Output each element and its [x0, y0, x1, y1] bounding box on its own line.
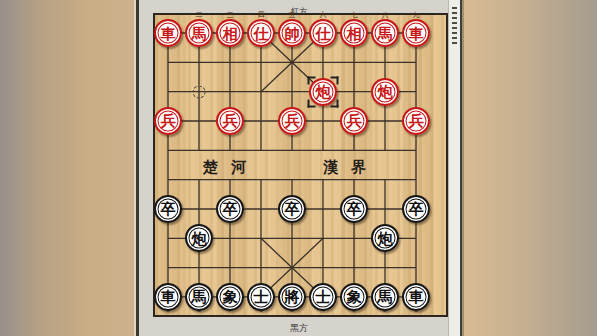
piece-black-卒-r6c6[interactable]: 卒	[340, 195, 368, 223]
river-label-left: 楚河	[197, 158, 259, 177]
piece-red-帥-r0c4[interactable]: 帥	[278, 19, 306, 47]
piece-black-炮-r7c1[interactable]: 炮	[185, 224, 213, 252]
piece-black-象-r9c6[interactable]: 象	[340, 283, 368, 311]
piece-red-兵-r3c6[interactable]: 兵	[340, 107, 368, 135]
xiangqi-board[interactable]: 楚河 漢界 一二三四五六七八九987654321車馬相仕帥仕相馬車炮炮兵兵兵兵兵…	[153, 13, 448, 317]
piece-black-車-r9c0[interactable]: 車	[154, 283, 182, 311]
piece-black-象-r9c2[interactable]: 象	[216, 283, 244, 311]
app-window: 红方 楚河 漢界 一二三四五六七八九987654321車馬相仕帥仕相馬車炮炮兵兵…	[136, 0, 462, 336]
piece-red-馬-r0c1[interactable]: 馬	[185, 19, 213, 47]
piece-black-將-r9c4[interactable]: 將	[278, 283, 306, 311]
piece-red-炮-r2c5[interactable]: 炮	[309, 78, 337, 106]
piece-red-相-r0c2[interactable]: 相	[216, 19, 244, 47]
right-edge-strip	[448, 0, 460, 336]
piece-black-卒-r6c2[interactable]: 卒	[216, 195, 244, 223]
piece-black-卒-r6c8[interactable]: 卒	[402, 195, 430, 223]
window-top-bar: 红方	[139, 0, 459, 13]
piece-black-炮-r7c7[interactable]: 炮	[371, 224, 399, 252]
piece-red-兵-r3c8[interactable]: 兵	[402, 107, 430, 135]
piece-red-兵-r3c2[interactable]: 兵	[216, 107, 244, 135]
piece-red-車-r0c0[interactable]: 車	[154, 19, 182, 47]
bottom-side-label: 黑方	[290, 323, 308, 333]
board-grid: 楚河 漢界 一二三四五六七八九987654321車馬相仕帥仕相馬車炮炮兵兵兵兵兵…	[155, 15, 446, 315]
piece-red-仕-r0c3[interactable]: 仕	[247, 19, 275, 47]
piece-red-馬-r0c7[interactable]: 馬	[371, 19, 399, 47]
piece-black-車-r9c8[interactable]: 車	[402, 283, 430, 311]
piece-red-炮-r2c7[interactable]: 炮	[371, 78, 399, 106]
piece-black-士-r9c3[interactable]: 士	[247, 283, 275, 311]
piece-red-仕-r0c5[interactable]: 仕	[309, 19, 337, 47]
vertical-text-artifact-icon	[452, 6, 457, 44]
piece-red-車-r0c8[interactable]: 車	[402, 19, 430, 47]
piece-red-兵-r3c0[interactable]: 兵	[154, 107, 182, 135]
piece-red-相-r0c6[interactable]: 相	[340, 19, 368, 47]
piece-black-士-r9c5[interactable]: 士	[309, 283, 337, 311]
piece-black-馬-r9c1[interactable]: 馬	[185, 283, 213, 311]
piece-black-卒-r6c0[interactable]: 卒	[154, 195, 182, 223]
river-label-right: 漢界	[317, 158, 379, 177]
piece-black-卒-r6c4[interactable]: 卒	[278, 195, 306, 223]
piece-red-兵-r3c4[interactable]: 兵	[278, 107, 306, 135]
last-move-origin-marker	[193, 85, 206, 98]
window-bottom-bar: 黑方	[139, 317, 459, 336]
piece-black-馬-r9c7[interactable]: 馬	[371, 283, 399, 311]
